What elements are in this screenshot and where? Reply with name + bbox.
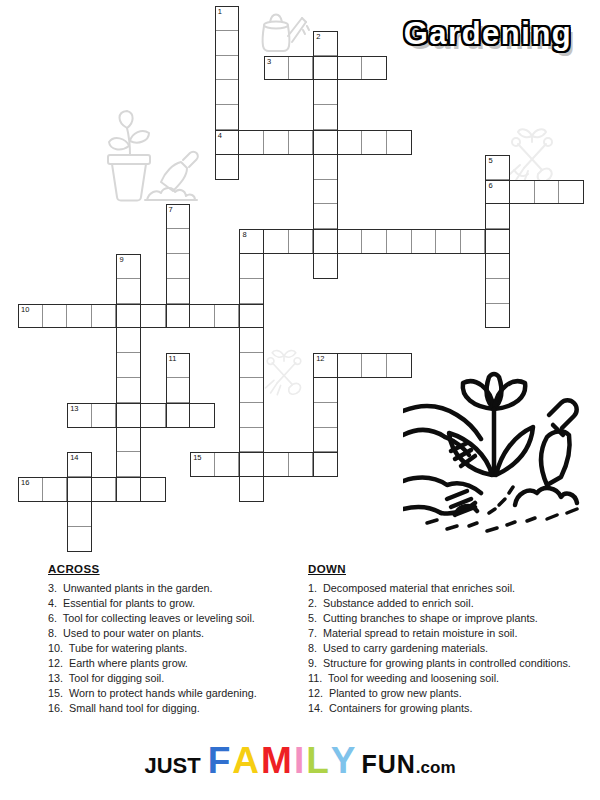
grid-cell-r18c4[interactable] [116,452,141,477]
down-header: DOWN [308,563,574,575]
logo-letter-L: L [306,740,329,781]
across-list: 3. Unwanted plants in the garden.4. Esse… [48,581,300,716]
grid-cell-r5c12[interactable] [313,130,338,155]
down-list: 1. Decomposed material that enriches soi… [308,581,574,716]
cell-number-5: 5 [486,156,492,165]
grid-cell-r9c14[interactable] [362,229,387,254]
grid-cell-r18c8[interactable] [215,452,240,477]
grid-cell-r19c4[interactable] [116,477,141,502]
grid-cell-r19c2[interactable] [67,477,92,502]
cell-number-3: 3 [265,57,271,66]
grid-cell-r1c8[interactable] [215,31,240,56]
grid-cell-r2c11[interactable] [289,56,314,81]
clue-item-2: 2. Substance added to enrich soil. [308,596,574,611]
grid-cell-r5c11[interactable] [289,130,314,155]
grid-cell-r20c2[interactable] [67,502,92,527]
grid-cell-r9c16[interactable] [412,229,437,254]
cell-number-4: 4 [216,131,222,140]
grid-cell-r6c8[interactable] [215,155,240,180]
grid-cell-r11c4[interactable] [116,279,141,304]
clue-item-4: 4. Essential for plants to grow. [48,596,300,611]
grid-cell-r9c12[interactable] [313,229,338,254]
grid-cell-r2c13[interactable] [338,56,363,81]
grid-cell-r9c10[interactable] [264,229,289,254]
grid-cell-r7c21[interactable] [535,180,560,205]
clue-item-12: 12. Planted to grow new plants. [308,686,574,701]
grid-cell-r19c5[interactable] [141,477,166,502]
clue-item-14: 14. Containers for growing plants. [308,701,574,716]
clue-item-9: 9. Structure for growing plants in contr… [308,656,574,671]
grid-cell-r9c17[interactable] [436,229,461,254]
cell-number-16: 16 [19,478,29,487]
cell-number-14: 14 [68,453,78,462]
logo-letter-A: A [232,740,259,781]
grid-cell-r10c9[interactable] [239,254,264,279]
grid-cell-r4c8[interactable] [215,105,240,130]
grid-cell-r19c9[interactable] [239,477,264,502]
grid-cell-r3c12[interactable] [313,80,338,105]
clue-item-6: 6. Tool for collecting leaves or levelin… [48,611,300,626]
clue-item-7: 7. Material spread to retain moisture in… [308,626,574,641]
grid-cell-r13c9[interactable] [239,328,264,353]
grid-cell-r2c12[interactable] [313,56,338,81]
grid-cell-r2c8[interactable] [215,56,240,81]
grid-cell-r5c15[interactable] [387,130,412,155]
grid-cell-r10c6[interactable] [166,254,191,279]
grid-cell-r14c14[interactable] [362,353,387,378]
cell-number-1: 1 [216,7,222,16]
cell-number-8: 8 [240,230,246,239]
grid-cell-r9c11[interactable] [289,229,314,254]
logo-letter-I: I [294,740,304,781]
clue-item-5: 5. Cutting branches to shape or improve … [308,611,574,626]
grid-cell-r4c12[interactable] [313,105,338,130]
grid-cell-r16c6[interactable] [166,403,191,428]
grid-cell-r9c13[interactable] [338,229,363,254]
grid-cell-r17c12[interactable] [313,428,338,453]
grid-cell-r5c14[interactable] [362,130,387,155]
cell-number-2: 2 [314,32,320,41]
crossword-board: 12345678910111213141516 [18,6,584,552]
grid-cell-r11c9[interactable] [239,279,264,304]
logo-letter-Y: Y [331,740,356,781]
grid-cell-r15c9[interactable] [239,378,264,403]
grid-cell-r3c8[interactable] [215,80,240,105]
grid-cell-r14c13[interactable] [338,353,363,378]
logo-just: JUST [144,753,200,779]
clue-item-1: 1. Decomposed material that enriches soi… [308,581,574,596]
grid-cell-r13c4[interactable] [116,328,141,353]
across-header: ACROSS [48,563,300,575]
grid-cell-r16c9[interactable] [239,403,264,428]
logo-family: FAMILY [207,740,357,782]
cell-number-15: 15 [191,453,201,462]
clue-item-13: 13. Tool for digging soil. [48,671,300,686]
logo-fun: FUN [361,750,415,779]
logo-com: .com [416,758,456,778]
grid-cell-r16c4[interactable] [116,403,141,428]
grid-cell-r16c5[interactable] [141,403,166,428]
grid-cell-r9c19[interactable] [485,229,510,254]
grid-cell-r12c9[interactable] [239,304,264,329]
grid-cell-r16c3[interactable] [92,403,117,428]
grid-cell-r16c7[interactable] [190,403,215,428]
cell-number-12: 12 [314,354,324,363]
grid-cell-r17c4[interactable] [116,428,141,453]
grid-cell-r15c4[interactable] [116,378,141,403]
cell-number-6: 6 [486,181,492,190]
grid-cell-r12c3[interactable] [92,304,117,329]
grid-cell-r7c20[interactable] [510,180,535,205]
clue-item-3: 3. Unwanted plants in the garden. [48,581,300,596]
grid-cell-r9c15[interactable] [387,229,412,254]
grid-cell-r9c6[interactable] [166,229,191,254]
footer-logo: JUST FAMILY FUN .com [0,740,600,782]
grid-cell-r12c4[interactable] [116,304,141,329]
grid-cell-r16c12[interactable] [313,403,338,428]
grid-cell-r10c19[interactable] [485,254,510,279]
grid-cell-r5c10[interactable] [264,130,289,155]
grid-cell-r7c22[interactable] [559,180,584,205]
grid-cell-r12c7[interactable] [190,304,215,329]
grid-cell-r15c12[interactable] [313,378,338,403]
across-clues-section: ACROSS 3. Unwanted plants in the garden.… [48,563,300,716]
grid-cell-r5c9[interactable] [239,130,264,155]
clue-item-12: 12. Earth where plants grow. [48,656,300,671]
clue-item-8: 8. Used to carry gardening materials. [308,641,574,656]
grid-cell-r17c9[interactable] [239,428,264,453]
grid-cell-r18c12[interactable] [313,452,338,477]
grid-cell-r11c6[interactable] [166,279,191,304]
grid-cell-r14c4[interactable] [116,353,141,378]
grid-cell-r12c2[interactable] [67,304,92,329]
grid-cell-r18c10[interactable] [264,452,289,477]
grid-cell-r14c15[interactable] [387,353,412,378]
cell-number-7: 7 [167,205,173,214]
grid-cell-r7c12[interactable] [313,180,338,205]
cell-number-10: 10 [19,305,29,314]
clue-item-10: 10. Tube for watering plants. [48,641,300,656]
clue-item-11: 11. Tool for weeding and loosening soil. [308,671,574,686]
cell-number-11: 11 [167,354,177,363]
logo-letter-M: M [261,740,292,781]
grid-cell-r12c6[interactable] [166,304,191,329]
clue-item-8: 8. Used to pour water on plants. [48,626,300,641]
cell-number-9: 9 [117,255,123,264]
down-clues-section: DOWN 1. Decomposed material that enriche… [308,563,574,716]
grid-cell-r11c19[interactable] [485,279,510,304]
logo-letter-F: F [208,740,231,781]
grid-cell-r19c3[interactable] [92,477,117,502]
grid-cell-r19c1[interactable] [43,477,68,502]
grid-cell-r8c19[interactable] [485,204,510,229]
grid-cell-r6c12[interactable] [313,155,338,180]
grid-cell-r8c12[interactable] [313,204,338,229]
page: { "game": "crossword", "title": "Gardeni… [0,0,600,800]
grid-cell-r9c18[interactable] [461,229,486,254]
grid-cell-r12c8[interactable] [215,304,240,329]
grid-cell-r18c9[interactable] [239,452,264,477]
grid-cell-r2c14[interactable] [362,56,387,81]
grid-cell-r12c19[interactable] [485,304,510,329]
clue-item-15: 15. Worn to protect hands while gardenin… [48,686,300,701]
grid-cell-r10c12[interactable] [313,254,338,279]
clue-item-16: 16. Small hand tool for digging. [48,701,300,716]
grid-cell-r14c9[interactable] [239,353,264,378]
grid-cell-r21c2[interactable] [67,527,92,552]
grid-cell-r12c5[interactable] [141,304,166,329]
grid-cell-r18c11[interactable] [289,452,314,477]
cell-number-13: 13 [68,404,78,413]
grid-cell-r15c6[interactable] [166,378,191,403]
grid-cell-r5c13[interactable] [338,130,363,155]
page-title: Gardening [396,16,580,52]
grid-cell-r12c1[interactable] [43,304,68,329]
